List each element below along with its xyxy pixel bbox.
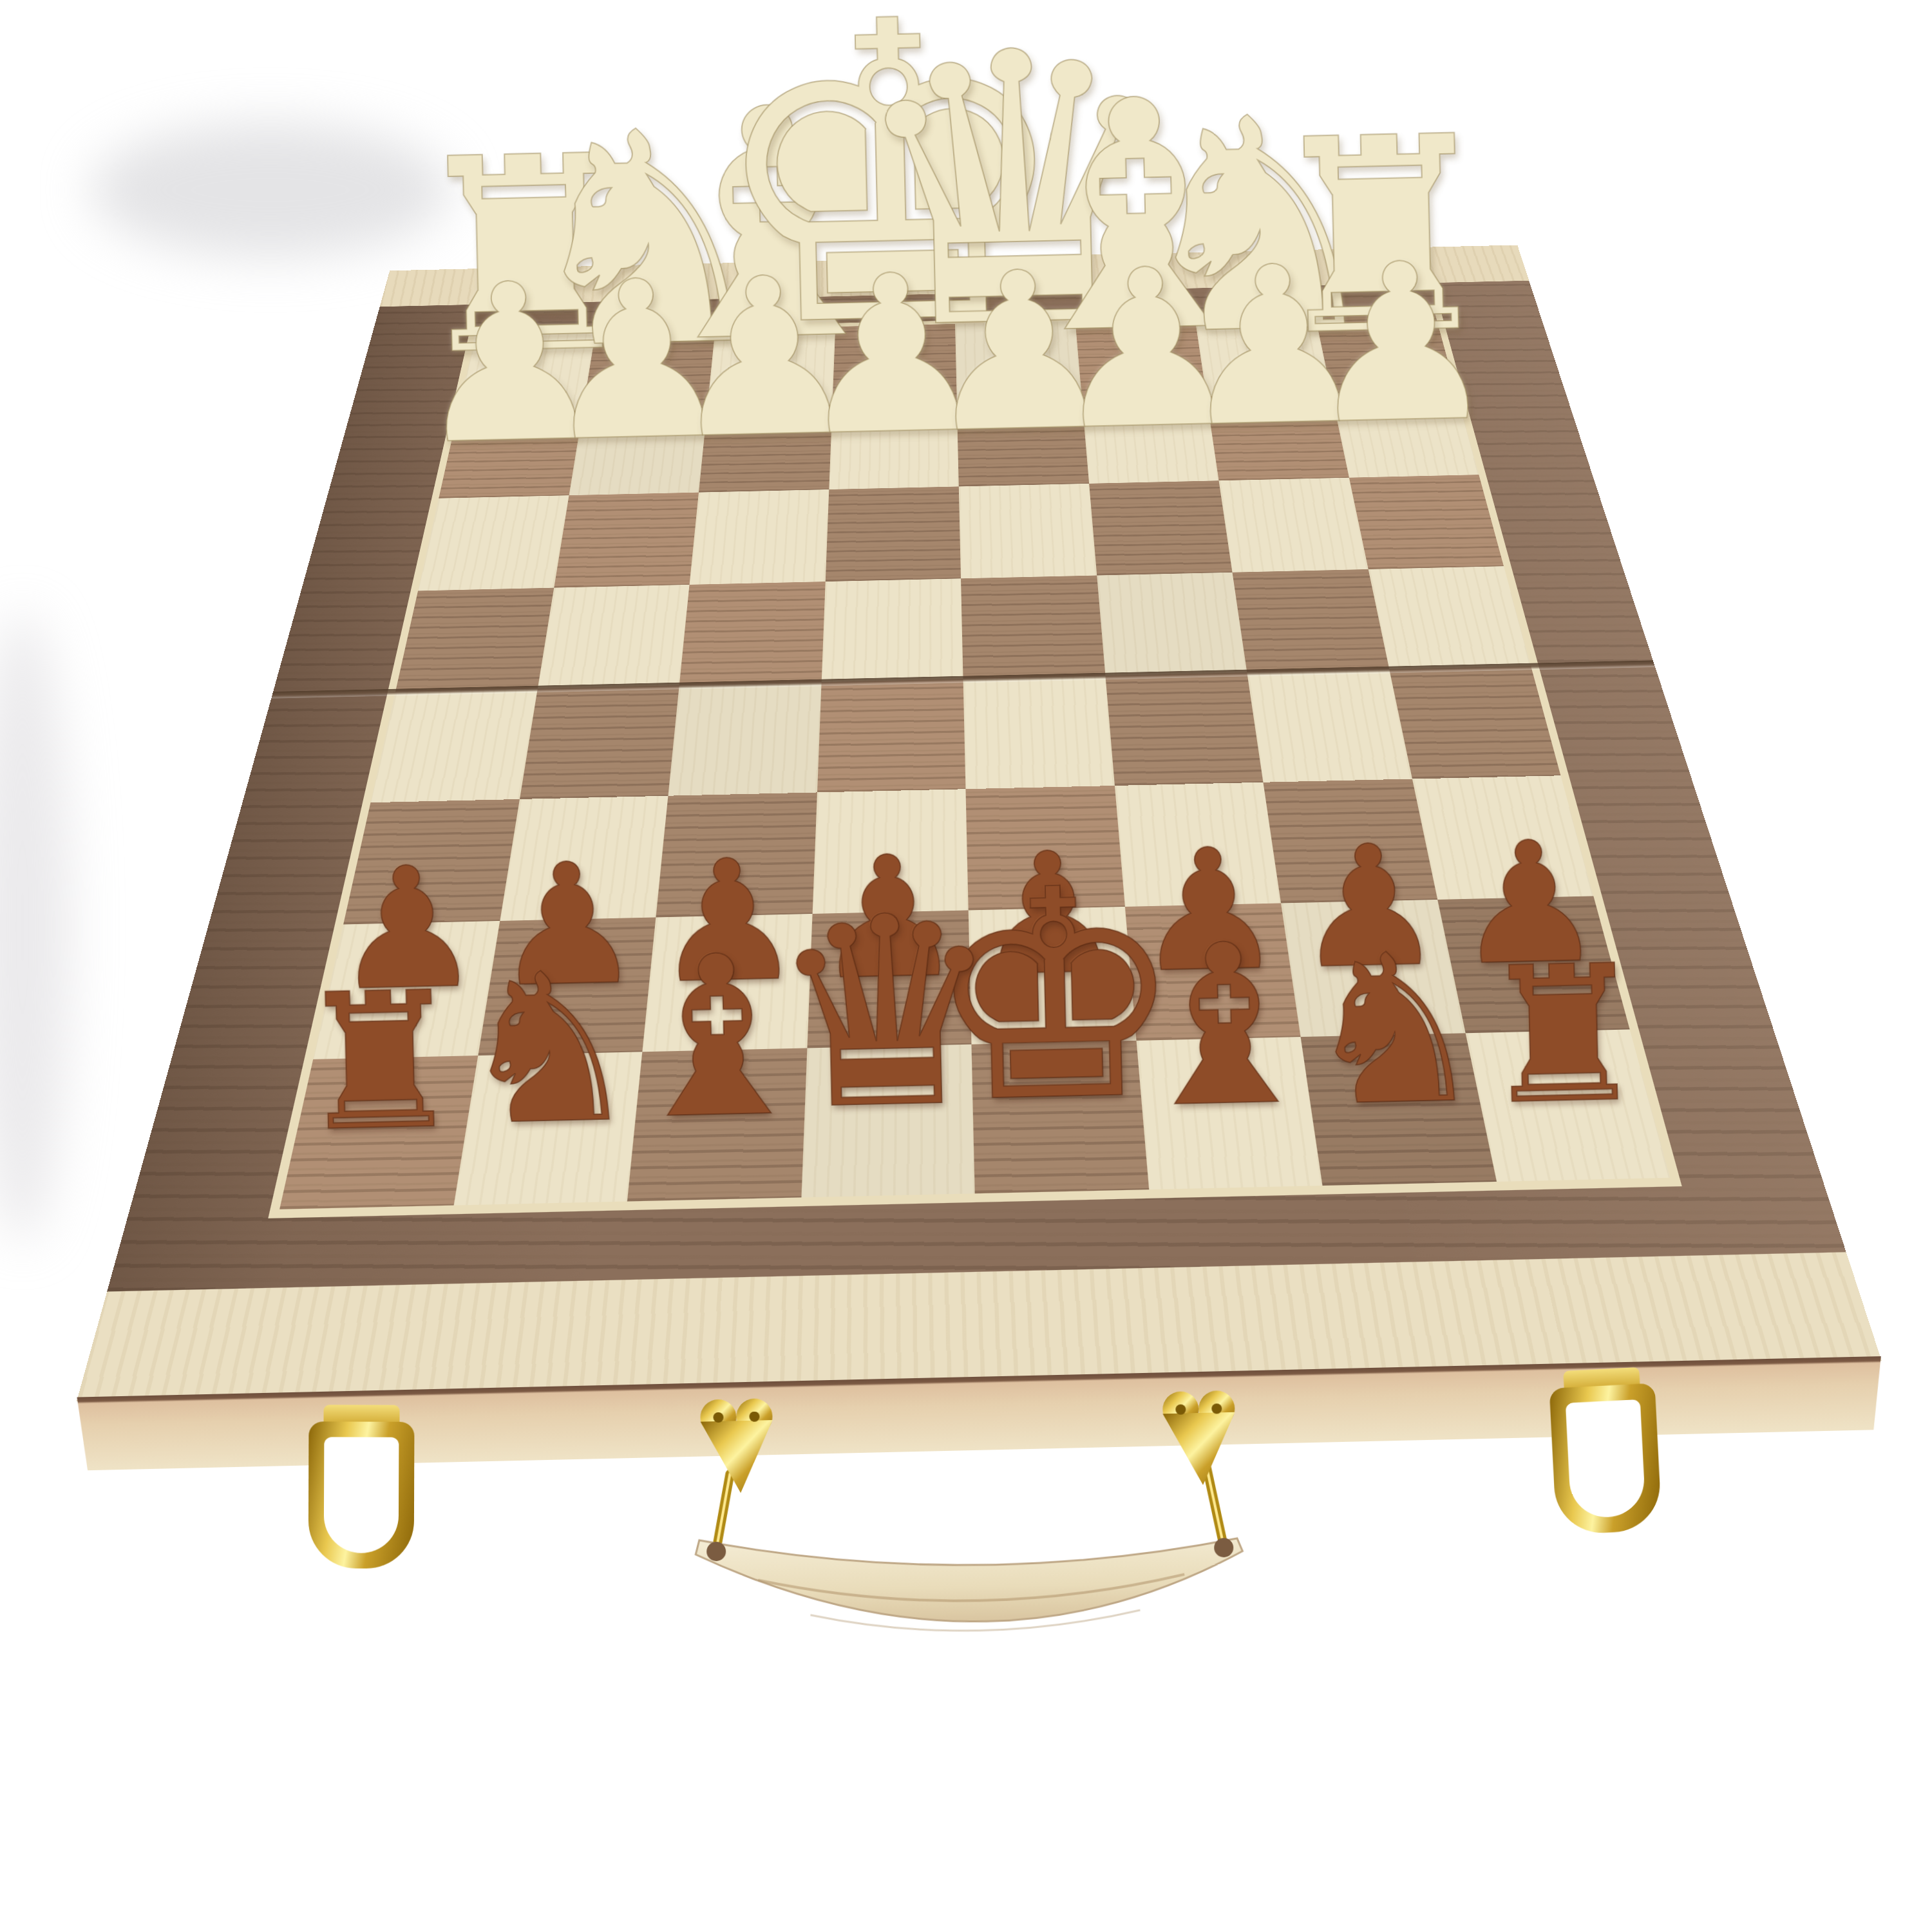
chess-set-scene: ♜♞♝♚♛♝♞♜♟♟♟♟♟♟♟♟♟♟♟♟♟♟♟♟♜♞♝♚♛♝♞♜ [0,0,1932,1932]
photo-backdrop: ♜♞♝♚♛♝♞♜♟♟♟♟♟♟♟♟♟♟♟♟♟♟♟♟♜♞♝♚♛♝♞♜ [0,0,1932,1932]
handle-hardware [0,0,1932,1932]
wooden-handle [696,1528,1244,1637]
left-handle-bracket [700,1398,774,1494]
right-handle-bracket [1162,1390,1236,1486]
left-handle-pin-highlight [714,1474,732,1551]
right-handle-pin-highlight [1206,1466,1224,1547]
